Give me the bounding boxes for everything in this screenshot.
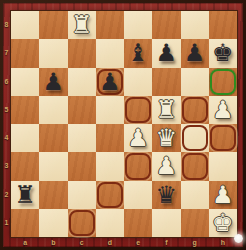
square-g6[interactable] <box>181 68 209 96</box>
rank-label-5: 5 <box>2 96 11 124</box>
square-a6[interactable] <box>11 68 39 96</box>
file-label-b: b <box>39 237 67 248</box>
square-h6[interactable] <box>209 68 237 96</box>
black-king-h7[interactable]: ♚ <box>209 39 237 67</box>
selected-square-marker-h6 <box>210 69 236 95</box>
white-rook-f5[interactable]: ♜ <box>152 96 180 124</box>
square-e8[interactable] <box>124 11 152 39</box>
square-g3[interactable] <box>181 152 209 180</box>
white-pawn-h5[interactable]: ♟ <box>209 96 237 124</box>
square-e4[interactable]: ♟ <box>124 124 152 152</box>
square-a3[interactable] <box>11 152 39 180</box>
square-c4[interactable] <box>68 124 96 152</box>
square-h1[interactable]: ♚ <box>209 209 237 237</box>
square-f7[interactable]: ♟ <box>152 39 180 67</box>
square-d7[interactable] <box>96 39 124 67</box>
square-h2[interactable]: ♟ <box>209 181 237 209</box>
square-a7[interactable] <box>11 39 39 67</box>
black-pawn-b6[interactable]: ♟ <box>39 68 67 96</box>
square-f8[interactable] <box>152 11 180 39</box>
square-h8[interactable] <box>209 11 237 39</box>
square-h3[interactable] <box>209 152 237 180</box>
rank-label-7: 7 <box>2 39 11 67</box>
rank-label-3: 3 <box>2 152 11 180</box>
square-e3[interactable] <box>124 152 152 180</box>
rank-label-8: 8 <box>2 11 11 39</box>
white-pawn-e4[interactable]: ♟ <box>124 124 152 152</box>
square-e5[interactable] <box>124 96 152 124</box>
square-d4[interactable] <box>96 124 124 152</box>
square-b3[interactable] <box>39 152 67 180</box>
square-d1[interactable] <box>96 209 124 237</box>
black-pawn-g7[interactable]: ♟ <box>181 39 209 67</box>
square-d5[interactable] <box>96 96 124 124</box>
file-label-a: a <box>11 237 39 248</box>
square-g1[interactable] <box>181 209 209 237</box>
square-a2[interactable]: ♜ <box>11 181 39 209</box>
square-e6[interactable] <box>124 68 152 96</box>
square-a8[interactable] <box>11 11 39 39</box>
black-bishop-e7[interactable]: ♝ <box>124 39 152 67</box>
file-label-f: f <box>152 237 180 248</box>
black-rook-a2[interactable]: ♜ <box>11 181 39 209</box>
square-g2[interactable] <box>181 181 209 209</box>
move-target-marker-h4 <box>210 125 236 151</box>
chess-app: ♜♝♟♟♚♟♟♜♟♟♛♟♜♛♟♚ 87654321abcdefgh <box>0 0 246 250</box>
square-f3[interactable]: ♟ <box>152 152 180 180</box>
square-b4[interactable] <box>39 124 67 152</box>
rank-label-1: 1 <box>2 209 11 237</box>
white-to-move-indicator <box>234 234 243 243</box>
rank-label-4: 4 <box>2 124 11 152</box>
move-target-marker-e3 <box>125 153 151 179</box>
white-pawn-h2[interactable]: ♟ <box>209 181 237 209</box>
square-b1[interactable] <box>39 209 67 237</box>
file-label-e: e <box>124 237 152 248</box>
black-queen-f2[interactable]: ♛ <box>152 181 180 209</box>
square-b8[interactable] <box>39 11 67 39</box>
square-g8[interactable] <box>181 11 209 39</box>
square-h4[interactable] <box>209 124 237 152</box>
square-d6[interactable]: ♟ <box>96 68 124 96</box>
square-g7[interactable]: ♟ <box>181 39 209 67</box>
square-g4[interactable] <box>181 124 209 152</box>
square-f1[interactable] <box>152 209 180 237</box>
rank-label-2: 2 <box>2 181 11 209</box>
square-c3[interactable] <box>68 152 96 180</box>
square-a4[interactable] <box>11 124 39 152</box>
square-e2[interactable] <box>124 181 152 209</box>
square-c6[interactable] <box>68 68 96 96</box>
file-label-h: h <box>209 237 237 248</box>
move-target-marker-d2 <box>97 182 123 208</box>
square-b7[interactable] <box>39 39 67 67</box>
square-f6[interactable] <box>152 68 180 96</box>
square-d3[interactable] <box>96 152 124 180</box>
square-a5[interactable] <box>11 96 39 124</box>
white-queen-f4[interactable]: ♛ <box>152 124 180 152</box>
square-b2[interactable] <box>39 181 67 209</box>
square-c7[interactable] <box>68 39 96 67</box>
white-pawn-f3[interactable]: ♟ <box>152 152 180 180</box>
rank-label-6: 6 <box>2 68 11 96</box>
white-king-h1[interactable]: ♚ <box>209 209 237 237</box>
square-f5[interactable]: ♜ <box>152 96 180 124</box>
square-h5[interactable]: ♟ <box>209 96 237 124</box>
chess-board: ♜♝♟♟♚♟♟♜♟♟♛♟♜♛♟♚ <box>11 11 237 237</box>
square-g5[interactable] <box>181 96 209 124</box>
square-a1[interactable] <box>11 209 39 237</box>
black-pawn-d6[interactable]: ♟ <box>96 68 124 96</box>
file-label-g: g <box>181 237 209 248</box>
file-label-c: c <box>68 237 96 248</box>
square-c2[interactable] <box>68 181 96 209</box>
square-c8[interactable]: ♜ <box>68 11 96 39</box>
square-c5[interactable] <box>68 96 96 124</box>
move-target-marker-g4 <box>182 125 208 151</box>
square-d8[interactable] <box>96 11 124 39</box>
black-pawn-f7[interactable]: ♟ <box>152 39 180 67</box>
move-target-marker-g5 <box>182 97 208 123</box>
square-b6[interactable]: ♟ <box>39 68 67 96</box>
move-target-marker-g3 <box>182 153 208 179</box>
square-d2[interactable] <box>96 181 124 209</box>
white-rook-c8[interactable]: ♜ <box>68 11 96 39</box>
square-c1[interactable] <box>68 209 96 237</box>
square-f4[interactable]: ♛ <box>152 124 180 152</box>
move-target-marker-c1 <box>69 210 95 236</box>
move-target-marker-e5 <box>125 97 151 123</box>
square-e7[interactable]: ♝ <box>124 39 152 67</box>
square-e1[interactable] <box>124 209 152 237</box>
square-b5[interactable] <box>39 96 67 124</box>
file-label-d: d <box>96 237 124 248</box>
square-h7[interactable]: ♚ <box>209 39 237 67</box>
square-f2[interactable]: ♛ <box>152 181 180 209</box>
